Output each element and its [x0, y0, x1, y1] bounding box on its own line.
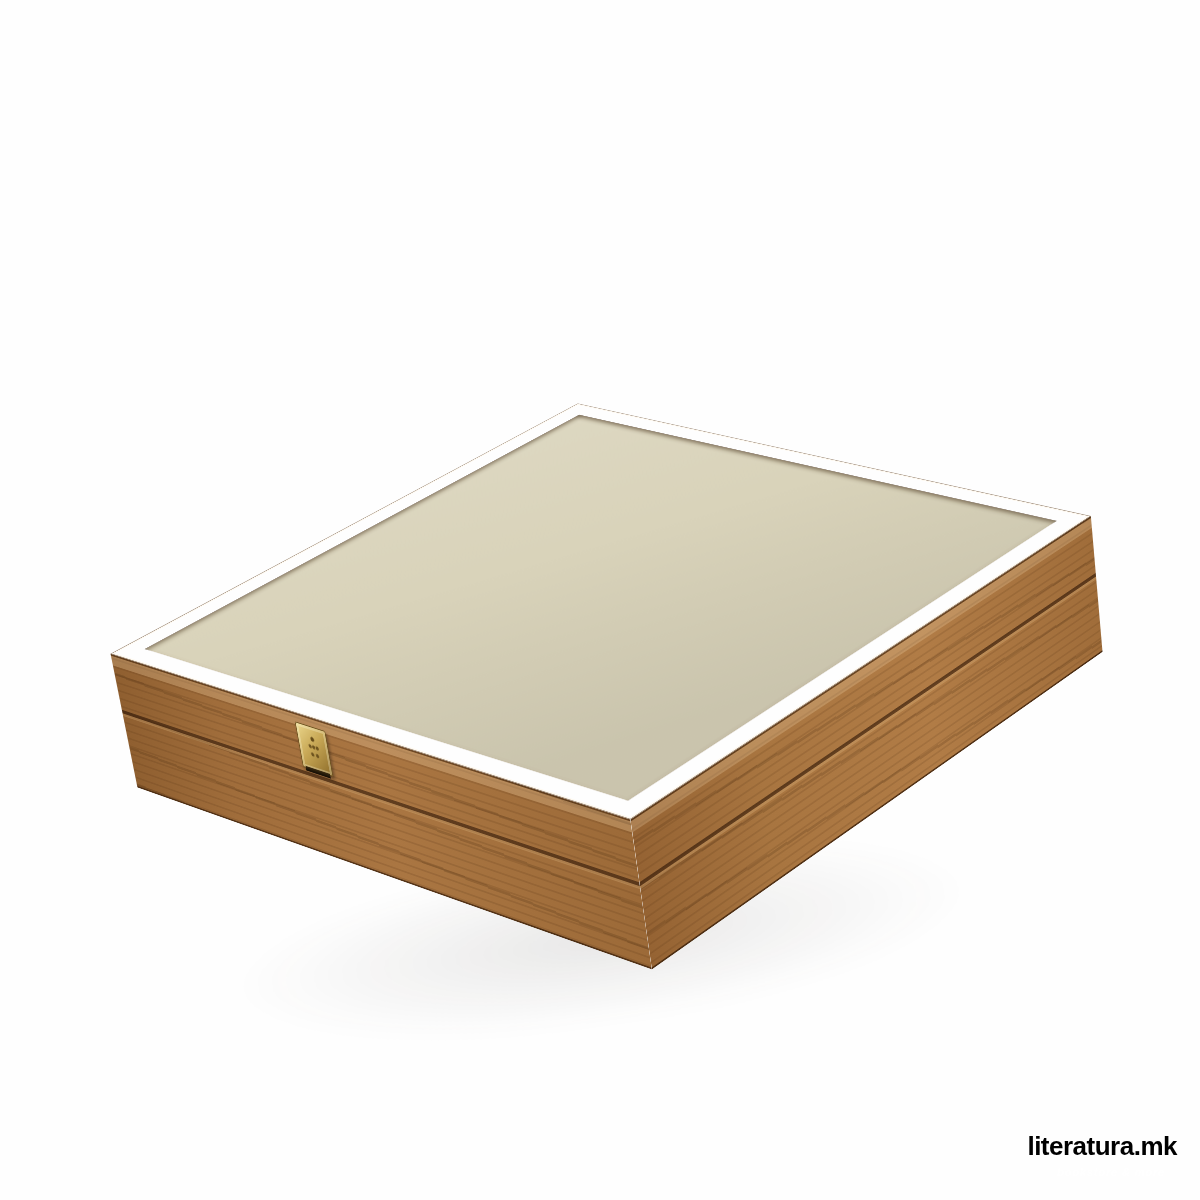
site-logo: literatura.mk bookstore & more: [1027, 1133, 1177, 1183]
camera-tilt: [0, 0, 1200, 1200]
game-box: [111, 403, 1091, 819]
logo-brand-text: literatura.mk: [1027, 1133, 1177, 1159]
photo-area: [0, 0, 1200, 1200]
logo-tagline-badge: bookstore & more: [1043, 1162, 1177, 1183]
brass-clasp: [295, 721, 333, 776]
product-photo: literatura.mk bookstore & more: [0, 0, 1200, 1200]
